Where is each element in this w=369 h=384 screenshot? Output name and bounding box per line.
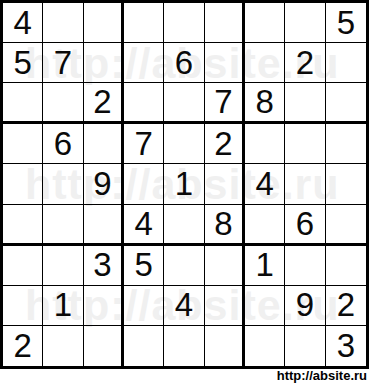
cell-r8c6[interactable] [205, 286, 245, 326]
cell-r5c1[interactable] [3, 164, 43, 204]
cell-r7c3[interactable]: 3 [84, 246, 124, 286]
cell-r2c4[interactable] [124, 43, 164, 83]
sudoku-board: http://absite.ru http://absite.ru http:/… [0, 0, 369, 369]
cell-r1c6[interactable] [205, 3, 245, 43]
cell-r1c4[interactable] [124, 3, 164, 43]
cell-r5c7[interactable]: 4 [245, 164, 285, 204]
cell-r6c7[interactable] [245, 205, 285, 246]
cell-r7c8[interactable] [285, 246, 325, 286]
cell-r2c7[interactable] [245, 43, 285, 83]
cell-r9c8[interactable] [285, 326, 325, 366]
cell-r8c1[interactable] [3, 286, 43, 326]
cell-r8c2[interactable]: 1 [43, 286, 83, 326]
cell-r4c7[interactable] [245, 124, 285, 164]
cell-r3c5[interactable] [164, 83, 204, 124]
cell-r6c5[interactable] [164, 205, 204, 246]
cell-r4c2[interactable]: 6 [43, 124, 83, 164]
cell-r4c4[interactable]: 7 [124, 124, 164, 164]
cell-r9c3[interactable] [84, 326, 124, 366]
cell-r8c3[interactable] [84, 286, 124, 326]
cell-r1c7[interactable] [245, 3, 285, 43]
cell-r3c2[interactable] [43, 83, 83, 124]
cell-r7c2[interactable] [43, 246, 83, 286]
cell-r2c1[interactable]: 5 [3, 43, 43, 83]
cell-r1c9[interactable]: 5 [326, 3, 366, 43]
cell-r9c7[interactable] [245, 326, 285, 366]
cell-r1c5[interactable] [164, 3, 204, 43]
cell-r9c4[interactable] [124, 326, 164, 366]
cell-r5c5[interactable]: 1 [164, 164, 204, 204]
cell-r2c3[interactable] [84, 43, 124, 83]
sudoku-page: http://absite.ru http://absite.ru http:/… [0, 0, 369, 384]
cell-r3c4[interactable] [124, 83, 164, 124]
cell-r8c7[interactable] [245, 286, 285, 326]
cell-r7c4[interactable]: 5 [124, 246, 164, 286]
cell-r1c3[interactable] [84, 3, 124, 43]
cell-r7c5[interactable] [164, 246, 204, 286]
cell-r8c5[interactable]: 4 [164, 286, 204, 326]
cell-r7c7[interactable]: 1 [245, 246, 285, 286]
cell-r3c9[interactable] [326, 83, 366, 124]
cell-r2c9[interactable] [326, 43, 366, 83]
cell-r8c9[interactable]: 2 [326, 286, 366, 326]
cell-r8c4[interactable] [124, 286, 164, 326]
cell-r1c2[interactable] [43, 3, 83, 43]
cell-r9c5[interactable] [164, 326, 204, 366]
cell-r2c5[interactable]: 6 [164, 43, 204, 83]
cell-r7c6[interactable] [205, 246, 245, 286]
cell-r9c2[interactable] [43, 326, 83, 366]
cell-r8c8[interactable]: 9 [285, 286, 325, 326]
cell-r7c9[interactable] [326, 246, 366, 286]
cell-r9c1[interactable]: 2 [3, 326, 43, 366]
cell-r3c8[interactable] [285, 83, 325, 124]
cell-r2c6[interactable] [205, 43, 245, 83]
cell-r3c1[interactable] [3, 83, 43, 124]
cell-r5c8[interactable] [285, 164, 325, 204]
cell-r1c1[interactable]: 4 [3, 3, 43, 43]
cell-r4c8[interactable] [285, 124, 325, 164]
cell-r6c6[interactable]: 8 [205, 205, 245, 246]
cell-r4c6[interactable]: 2 [205, 124, 245, 164]
cell-r6c8[interactable]: 6 [285, 205, 325, 246]
cell-r6c1[interactable] [3, 205, 43, 246]
source-url-label: http://absite.ru [277, 368, 367, 383]
cell-r2c2[interactable]: 7 [43, 43, 83, 83]
cell-r5c6[interactable] [205, 164, 245, 204]
cell-r5c3[interactable]: 9 [84, 164, 124, 204]
cell-r6c9[interactable] [326, 205, 366, 246]
cell-r7c1[interactable] [3, 246, 43, 286]
cell-r9c9[interactable]: 3 [326, 326, 366, 366]
cell-r4c3[interactable] [84, 124, 124, 164]
cell-r9c6[interactable] [205, 326, 245, 366]
cell-r5c9[interactable] [326, 164, 366, 204]
cell-r4c1[interactable] [3, 124, 43, 164]
cell-r5c2[interactable] [43, 164, 83, 204]
cell-r2c8[interactable]: 2 [285, 43, 325, 83]
cell-r6c4[interactable]: 4 [124, 205, 164, 246]
cell-r1c8[interactable] [285, 3, 325, 43]
cell-r3c7[interactable]: 8 [245, 83, 285, 124]
cell-r3c6[interactable]: 7 [205, 83, 245, 124]
cell-r4c9[interactable] [326, 124, 366, 164]
cell-r6c2[interactable] [43, 205, 83, 246]
cell-r4c5[interactable] [164, 124, 204, 164]
cell-r5c4[interactable] [124, 164, 164, 204]
cell-r6c3[interactable] [84, 205, 124, 246]
cell-r3c3[interactable]: 2 [84, 83, 124, 124]
